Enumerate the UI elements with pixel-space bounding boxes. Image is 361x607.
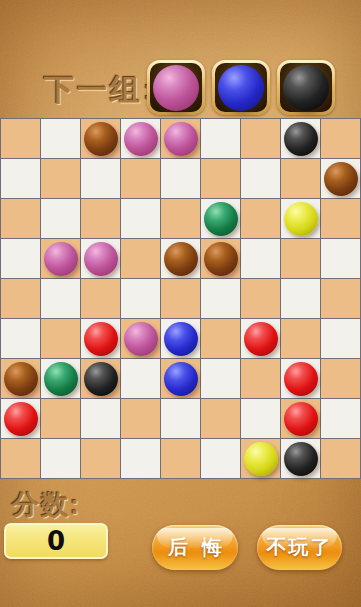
next-ball-tile [277, 60, 335, 115]
board-cell-r5c7[interactable] [281, 319, 321, 359]
ball-red[interactable] [284, 362, 318, 396]
board-cell-r0c5[interactable] [201, 119, 241, 159]
board-cell-r1c2[interactable] [81, 159, 121, 199]
ball-brown[interactable] [4, 362, 38, 396]
board-cell-r8c8[interactable] [321, 439, 361, 479]
ball-black[interactable] [284, 122, 318, 156]
board-cell-r8c2[interactable] [81, 439, 121, 479]
board-cell-r4c6[interactable] [241, 279, 281, 319]
board-cell-r2c1[interactable] [41, 199, 81, 239]
board-cell-r4c4[interactable] [161, 279, 201, 319]
board-cell-r6c2[interactable] [81, 359, 121, 399]
board-cell-r3c2[interactable] [81, 239, 121, 279]
board-cell-r5c8[interactable] [321, 319, 361, 359]
board-cell-r8c0[interactable] [1, 439, 41, 479]
board-cell-r3c5[interactable] [201, 239, 241, 279]
score-label: 分数: [12, 487, 81, 523]
board-cell-r4c8[interactable] [321, 279, 361, 319]
ball-pink[interactable] [44, 242, 78, 276]
quit-button[interactable]: 不玩了 [257, 525, 342, 570]
board-cell-r3c4[interactable] [161, 239, 201, 279]
board-cell-r8c3[interactable] [121, 439, 161, 479]
board-cell-r5c6[interactable] [241, 319, 281, 359]
board-cell-r7c1[interactable] [41, 399, 81, 439]
board-cell-r8c7[interactable] [281, 439, 321, 479]
ball-brown[interactable] [324, 162, 358, 196]
ball-red[interactable] [4, 402, 38, 436]
board-cell-r3c8[interactable] [321, 239, 361, 279]
board-cell-r2c8[interactable] [321, 199, 361, 239]
board-cell-r7c0[interactable] [1, 399, 41, 439]
ball-pink[interactable] [84, 242, 118, 276]
board-cell-r7c3[interactable] [121, 399, 161, 439]
board-cell-r8c4[interactable] [161, 439, 201, 479]
board-cell-r7c5[interactable] [201, 399, 241, 439]
ball-brown[interactable] [84, 122, 118, 156]
next-ball-tile [147, 60, 205, 115]
next-ball-black [283, 65, 329, 111]
next-ball-blue [218, 65, 264, 111]
board-cell-r1c0[interactable] [1, 159, 41, 199]
board-cell-r2c4[interactable] [161, 199, 201, 239]
board-cell-r3c0[interactable] [1, 239, 41, 279]
board-cell-r4c3[interactable] [121, 279, 161, 319]
next-ball-tile [212, 60, 270, 115]
board-cell-r8c6[interactable] [241, 439, 281, 479]
board-cell-r0c0[interactable] [1, 119, 41, 159]
ball-brown[interactable] [164, 242, 198, 276]
board-cell-r1c5[interactable] [201, 159, 241, 199]
board-cell-r6c0[interactable] [1, 359, 41, 399]
board-cell-r0c1[interactable] [41, 119, 81, 159]
board-cell-r8c5[interactable] [201, 439, 241, 479]
next-ball-pink [153, 65, 199, 111]
board-cell-r6c4[interactable] [161, 359, 201, 399]
board-cell-r4c5[interactable] [201, 279, 241, 319]
ball-blue[interactable] [164, 362, 198, 396]
ball-brown[interactable] [204, 242, 238, 276]
board-cell-r6c7[interactable] [281, 359, 321, 399]
board-cell-r2c3[interactable] [121, 199, 161, 239]
ball-yellow[interactable] [244, 442, 278, 476]
ball-pink[interactable] [124, 322, 158, 356]
tile-well [150, 63, 202, 112]
board-cell-r5c0[interactable] [1, 319, 41, 359]
ball-pink[interactable] [164, 122, 198, 156]
board-cell-r7c6[interactable] [241, 399, 281, 439]
board-cell-r2c6[interactable] [241, 199, 281, 239]
board-cell-r1c8[interactable] [321, 159, 361, 199]
board-cell-r6c1[interactable] [41, 359, 81, 399]
board-cell-r2c7[interactable] [281, 199, 321, 239]
board-cell-r2c0[interactable] [1, 199, 41, 239]
board-cell-r6c8[interactable] [321, 359, 361, 399]
board-cell-r4c0[interactable] [1, 279, 41, 319]
board-cell-r0c3[interactable] [121, 119, 161, 159]
board-cell-r7c4[interactable] [161, 399, 201, 439]
board-cell-r0c2[interactable] [81, 119, 121, 159]
ball-blue[interactable] [164, 322, 198, 356]
ball-green[interactable] [44, 362, 78, 396]
ball-black[interactable] [84, 362, 118, 396]
board-cell-r4c1[interactable] [41, 279, 81, 319]
board-cell-r3c7[interactable] [281, 239, 321, 279]
board-cell-r5c3[interactable] [121, 319, 161, 359]
board-cell-r6c5[interactable] [201, 359, 241, 399]
undo-button[interactable]: 后悔 [152, 525, 238, 570]
ball-black[interactable] [284, 442, 318, 476]
board-cell-r6c3[interactable] [121, 359, 161, 399]
ball-red[interactable] [84, 322, 118, 356]
board-cell-r2c5[interactable] [201, 199, 241, 239]
board-cell-r1c4[interactable] [161, 159, 201, 199]
next-group-label: 下一组: [44, 70, 156, 111]
game-board[interactable] [0, 118, 361, 479]
board-cell-r4c2[interactable] [81, 279, 121, 319]
board-cell-r7c8[interactable] [321, 399, 361, 439]
board-cell-r8c1[interactable] [41, 439, 81, 479]
board-cell-r3c3[interactable] [121, 239, 161, 279]
board-cell-r5c1[interactable] [41, 319, 81, 359]
board-cell-r7c2[interactable] [81, 399, 121, 439]
board-cell-r2c2[interactable] [81, 199, 121, 239]
board-cell-r6c6[interactable] [241, 359, 281, 399]
board-cell-r0c6[interactable] [241, 119, 281, 159]
board-cell-r3c1[interactable] [41, 239, 81, 279]
ball-pink[interactable] [124, 122, 158, 156]
board-cell-r0c4[interactable] [161, 119, 201, 159]
tile-well [215, 63, 267, 112]
board-cell-r1c6[interactable] [241, 159, 281, 199]
next-balls-tray [147, 60, 335, 115]
board-cell-r1c7[interactable] [281, 159, 321, 199]
ball-green[interactable] [204, 202, 238, 236]
board-cell-r5c4[interactable] [161, 319, 201, 359]
board-cell-r3c6[interactable] [241, 239, 281, 279]
board-cell-r5c2[interactable] [81, 319, 121, 359]
board-cell-r5c5[interactable] [201, 319, 241, 359]
board-cell-r0c8[interactable] [321, 119, 361, 159]
ball-red[interactable] [244, 322, 278, 356]
ball-red[interactable] [284, 402, 318, 436]
board-cell-r1c3[interactable] [121, 159, 161, 199]
ball-yellow[interactable] [284, 202, 318, 236]
score-value: 0 [4, 523, 108, 559]
board-cell-r0c7[interactable] [281, 119, 321, 159]
board-cell-r1c1[interactable] [41, 159, 81, 199]
board-cell-r4c7[interactable] [281, 279, 321, 319]
tile-well [280, 63, 332, 112]
board-cell-r7c7[interactable] [281, 399, 321, 439]
